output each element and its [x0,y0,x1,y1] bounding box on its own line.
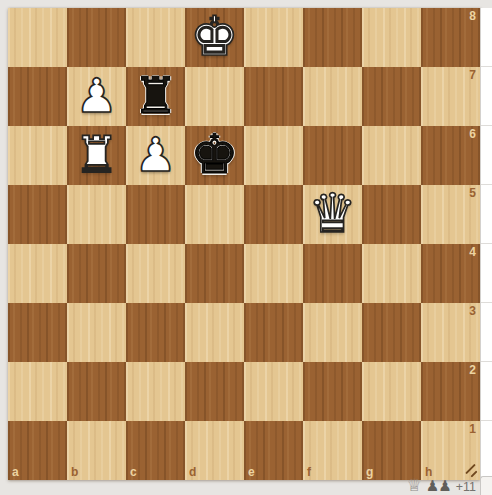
side-panel-row [481,67,492,126]
square-a5[interactable] [8,185,67,244]
rank-label-7: 7 [469,69,476,81]
square-c8[interactable] [126,8,185,67]
square-a1[interactable]: a [8,421,67,480]
square-c2[interactable] [126,362,185,421]
square-g8[interactable] [362,8,421,67]
rank-label-8: 8 [469,10,476,22]
square-e6[interactable] [244,126,303,185]
square-a3[interactable] [8,303,67,362]
square-d3[interactable] [185,303,244,362]
square-a4[interactable] [8,244,67,303]
material-advantage-bar: ♕♟♟ +11 [407,477,476,495]
board-resize-handle[interactable] [462,462,478,478]
square-g7[interactable] [362,67,421,126]
square-f2[interactable] [303,362,362,421]
square-b4[interactable] [67,244,126,303]
side-panel-row [481,8,492,67]
square-d7[interactable] [185,67,244,126]
square-d2[interactable] [185,362,244,421]
square-d4[interactable] [185,244,244,303]
side-panel-row [481,303,492,362]
rank-label-5: 5 [469,187,476,199]
square-h7[interactable]: 7 [421,67,480,126]
rank-label-3: 3 [469,305,476,317]
square-d8[interactable]: ♚ [185,8,244,67]
square-h6[interactable]: 6 [421,126,480,185]
square-b2[interactable] [67,362,126,421]
square-c6[interactable]: ♟ [126,126,185,185]
rank-label-6: 6 [469,128,476,140]
queen-icon: ♕ [407,477,422,494]
square-g1[interactable]: g [362,421,421,480]
material-score: +11 [456,480,476,494]
square-c7[interactable]: ♜ [126,67,185,126]
chess-board[interactable]: ♚8♟♜7♜♟♚6♛5432abcdefg1h [8,8,480,480]
square-f3[interactable] [303,303,362,362]
rank-label-4: 4 [469,246,476,258]
square-b3[interactable] [67,303,126,362]
square-e7[interactable] [244,67,303,126]
side-panel-row [481,244,492,303]
square-b5[interactable] [67,185,126,244]
side-panel-row [481,126,492,185]
square-b1[interactable]: b [67,421,126,480]
side-panel-row [481,185,492,244]
square-c5[interactable] [126,185,185,244]
square-h3[interactable]: 3 [421,303,480,362]
square-g5[interactable] [362,185,421,244]
square-f5[interactable]: ♛ [303,185,362,244]
square-g6[interactable] [362,126,421,185]
square-f1[interactable]: f [303,421,362,480]
square-f6[interactable] [303,126,362,185]
square-d1[interactable]: d [185,421,244,480]
square-h5[interactable]: 5 [421,185,480,244]
square-d6[interactable]: ♚ [185,126,244,185]
square-e2[interactable] [244,362,303,421]
square-a7[interactable] [8,67,67,126]
square-d5[interactable] [185,185,244,244]
file-label-e: e [248,466,255,478]
piece-white-queen[interactable]: ♛ [303,184,362,243]
square-f4[interactable] [303,244,362,303]
side-panel-row [481,421,492,480]
square-e4[interactable] [244,244,303,303]
file-label-a: a [12,466,19,478]
rank-label-1: 1 [469,423,476,435]
file-label-c: c [130,466,137,478]
captured-piece-icons: ♕♟♟ [407,477,451,494]
square-c4[interactable] [126,244,185,303]
piece-black-king[interactable]: ♚ [185,125,244,184]
piece-white-rook[interactable]: ♜ [67,125,126,184]
square-b8[interactable] [67,8,126,67]
rank-label-2: 2 [469,364,476,376]
square-g2[interactable] [362,362,421,421]
file-label-b: b [71,466,78,478]
square-e3[interactable] [244,303,303,362]
square-a6[interactable] [8,126,67,185]
square-a8[interactable] [8,8,67,67]
resize-grip-line [470,470,477,477]
piece-white-pawn[interactable]: ♟ [67,66,126,125]
square-c1[interactable]: c [126,421,185,480]
piece-white-king[interactable]: ♚ [185,7,244,66]
chess-app-window: { "game": "chess", "window": { "backgrou… [0,0,492,495]
file-label-f: f [307,466,311,478]
square-e1[interactable]: e [244,421,303,480]
square-h4[interactable]: 4 [421,244,480,303]
file-label-g: g [366,466,373,478]
square-g4[interactable] [362,244,421,303]
side-panel-corner [480,476,492,495]
square-h8[interactable]: 8 [421,8,480,67]
square-f8[interactable] [303,8,362,67]
square-c3[interactable] [126,303,185,362]
piece-black-rook[interactable]: ♜ [126,66,185,125]
square-b7[interactable]: ♟ [67,67,126,126]
square-f7[interactable] [303,67,362,126]
square-g3[interactable] [362,303,421,362]
side-panel-row [481,362,492,421]
pawn-icon: ♟ [438,479,451,494]
square-e8[interactable] [244,8,303,67]
file-label-d: d [189,466,196,478]
square-e5[interactable] [244,185,303,244]
piece-white-pawn[interactable]: ♟ [126,125,185,184]
pawn-icon: ♟ [426,479,439,494]
square-b6[interactable]: ♜ [67,126,126,185]
side-panel-edge [480,8,492,480]
square-a2[interactable] [8,362,67,421]
square-h2[interactable]: 2 [421,362,480,421]
